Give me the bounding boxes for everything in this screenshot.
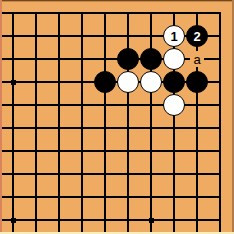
black-stone: 2 (186, 25, 208, 47)
frame-left-edge (0, 0, 2, 234)
grid-hline (0, 173, 221, 175)
frame-right-edge (232, 0, 234, 234)
go-board: 12a (0, 0, 234, 234)
star-point (149, 218, 154, 223)
frame-bottom-edge (0, 232, 234, 234)
black-stone (94, 71, 116, 93)
black-stone (140, 48, 162, 70)
white-stone (117, 71, 139, 93)
grid-hline (0, 12, 221, 14)
grid-vline (150, 12, 152, 232)
white-stone: 1 (163, 25, 185, 47)
move-number-label: 1 (170, 30, 177, 43)
grid-hline (0, 219, 221, 221)
grid-vline (219, 12, 221, 232)
grid-hline (0, 196, 221, 198)
grid-hline (0, 104, 221, 106)
black-stone (163, 71, 185, 93)
grid-hline (0, 58, 221, 60)
grid-vline (104, 12, 106, 232)
point-letter-label: a (190, 51, 204, 67)
grid-vline (81, 12, 83, 232)
grid-hline (0, 150, 221, 152)
grid-hline (0, 127, 221, 129)
grid-vline (12, 12, 14, 232)
star-point (11, 80, 16, 85)
grid-vline (58, 12, 60, 232)
grid-vline (35, 12, 37, 232)
star-point (11, 218, 16, 223)
white-stone (163, 94, 185, 116)
black-stone (186, 71, 208, 93)
frame-top-edge (0, 0, 234, 2)
white-stone (163, 48, 185, 70)
grid-vline (127, 12, 129, 232)
black-stone (117, 48, 139, 70)
go-diagram: 12a (0, 0, 234, 234)
move-number-label: 2 (193, 30, 200, 43)
white-stone (140, 71, 162, 93)
